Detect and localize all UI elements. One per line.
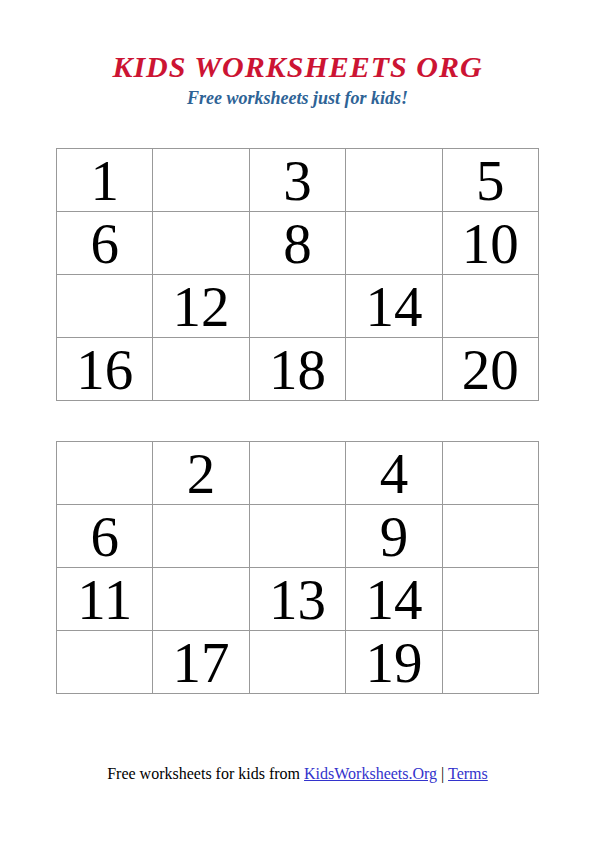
grid-cell: 10	[443, 212, 539, 275]
grid-cell	[57, 631, 153, 694]
grid-cell	[443, 442, 539, 505]
grid-cell: 11	[57, 568, 153, 631]
grid-cell: 5	[443, 149, 539, 212]
grid-cell: 9	[346, 505, 442, 568]
grid-cell: 2	[153, 442, 249, 505]
grid-cell: 6	[57, 505, 153, 568]
grid-cell	[346, 338, 442, 401]
grid-cell	[153, 212, 249, 275]
grid-cell	[443, 505, 539, 568]
grid-cell: 14	[346, 275, 442, 338]
grid-cell	[250, 275, 346, 338]
grid-cell	[250, 505, 346, 568]
grid-cell	[153, 505, 249, 568]
grid-cell	[250, 631, 346, 694]
number-grid-bottom: 24691113141719	[56, 441, 539, 694]
grid-cell	[346, 149, 442, 212]
grid-cell	[153, 568, 249, 631]
terms-link[interactable]: Terms	[448, 765, 488, 782]
grid-cell	[346, 212, 442, 275]
grid-cell: 16	[57, 338, 153, 401]
grid-cell: 20	[443, 338, 539, 401]
grid-cell: 12	[153, 275, 249, 338]
worksheet-page: KIDS WORKSHEETS ORG Free worksheets just…	[0, 0, 595, 842]
site-title: KIDS WORKSHEETS ORG	[0, 52, 595, 82]
grid-cell	[443, 631, 539, 694]
grid-cell	[57, 275, 153, 338]
grid-cell	[153, 149, 249, 212]
kidsworksheets-org-link[interactable]: KidsWorksheets.Org	[304, 765, 437, 782]
grid-cell: 3	[250, 149, 346, 212]
grid-cell: 18	[250, 338, 346, 401]
grid-cell: 14	[346, 568, 442, 631]
grid-cell	[250, 442, 346, 505]
number-grid-top: 13568101214161820	[56, 148, 539, 401]
grid-cell: 1	[57, 149, 153, 212]
grid-cell: 13	[250, 568, 346, 631]
grid-cell	[443, 568, 539, 631]
site-tagline: Free worksheets just for kids!	[0, 89, 595, 107]
grid-cell: 17	[153, 631, 249, 694]
footer: Free worksheets for kids from KidsWorksh…	[0, 764, 595, 783]
grid-cell	[57, 442, 153, 505]
grid-cell	[153, 338, 249, 401]
grid-cell: 19	[346, 631, 442, 694]
grid-cell: 4	[346, 442, 442, 505]
grid-cell: 6	[57, 212, 153, 275]
footer-text: Free worksheets for kids from	[107, 765, 304, 782]
grid-cell	[443, 275, 539, 338]
grid-cell: 8	[250, 212, 346, 275]
footer-separator: |	[437, 765, 448, 782]
